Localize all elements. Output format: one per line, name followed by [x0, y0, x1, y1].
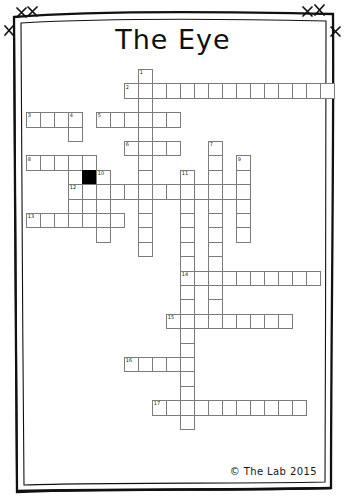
grid-cell[interactable] [264, 314, 279, 329]
grid-cell[interactable] [180, 184, 195, 199]
grid-cell[interactable] [68, 155, 83, 170]
grid-cell[interactable] [208, 170, 223, 185]
grid-cell[interactable]: 1 [138, 69, 153, 84]
grid-cell[interactable] [194, 83, 209, 98]
grid-cell[interactable] [292, 400, 307, 415]
grid-cell[interactable] [152, 141, 167, 156]
grid-cell[interactable] [138, 199, 153, 214]
grid-cell[interactable] [222, 184, 237, 199]
grid-cell[interactable] [278, 314, 293, 329]
grid-cell[interactable] [124, 112, 139, 127]
grid-cell[interactable] [180, 343, 195, 358]
grid-cell[interactable] [180, 386, 195, 401]
grid-cell[interactable] [208, 199, 223, 214]
black-cell [82, 170, 97, 185]
grid-cell[interactable] [152, 184, 167, 199]
grid-cell[interactable] [40, 112, 55, 127]
grid-cell[interactable] [68, 170, 83, 185]
copyright-credit: © The Lab 2015 [230, 466, 317, 477]
clue-number: 9 [238, 157, 241, 162]
grid-cell[interactable] [180, 227, 195, 242]
grid-cell[interactable] [138, 184, 153, 199]
grid-cell[interactable] [194, 184, 209, 199]
grid-cell[interactable] [54, 155, 69, 170]
grid-cell[interactable] [54, 213, 69, 228]
grid-cell[interactable] [236, 199, 251, 214]
grid-cell[interactable] [222, 83, 237, 98]
grid-cell[interactable] [68, 127, 83, 142]
grid-cell[interactable] [138, 155, 153, 170]
grid-cell[interactable] [306, 83, 321, 98]
grid-cell[interactable] [236, 213, 251, 228]
clue-number: 11 [182, 171, 188, 176]
grid-cell[interactable] [152, 112, 167, 127]
grid-cell[interactable] [166, 357, 181, 372]
grid-cell[interactable] [236, 314, 251, 329]
grid-cell[interactable] [54, 112, 69, 127]
grid-cell[interactable] [138, 227, 153, 242]
grid-cell[interactable]: 14 [180, 271, 195, 286]
grid-cell[interactable] [208, 271, 223, 286]
grid-cell[interactable] [208, 227, 223, 242]
grid-cell[interactable] [152, 357, 167, 372]
grid-cell[interactable] [82, 184, 97, 199]
grid-cell[interactable] [278, 400, 293, 415]
grid-cell[interactable] [138, 83, 153, 98]
grid-cell[interactable]: 9 [236, 155, 251, 170]
grid-cell[interactable] [166, 184, 181, 199]
page-title: The Eye [0, 24, 346, 55]
grid-cell[interactable] [180, 83, 195, 98]
clue-number: 5 [98, 113, 101, 118]
grid-cell[interactable] [166, 112, 181, 127]
grid-cell[interactable] [110, 184, 125, 199]
grid-cell[interactable] [180, 328, 195, 343]
grid-cell[interactable] [292, 83, 307, 98]
grid-cell[interactable] [236, 400, 251, 415]
grid-cell[interactable] [82, 213, 97, 228]
grid-cell[interactable] [138, 357, 153, 372]
grid-cell[interactable] [82, 155, 97, 170]
grid-cell[interactable] [264, 400, 279, 415]
grid-cell[interactable] [180, 213, 195, 228]
grid-cell[interactable]: 10 [96, 170, 111, 185]
grid-cell[interactable] [236, 271, 251, 286]
grid-cell[interactable] [138, 98, 153, 113]
grid-cell[interactable]: 17 [152, 400, 167, 415]
grid-cell[interactable] [208, 299, 223, 314]
grid-cell[interactable] [236, 227, 251, 242]
grid-cell[interactable] [180, 199, 195, 214]
grid-cell[interactable] [236, 83, 251, 98]
clue-number: 15 [168, 315, 174, 320]
grid-cell[interactable] [208, 314, 223, 329]
grid-cell[interactable] [208, 256, 223, 271]
grid-cell[interactable] [138, 112, 153, 127]
clue-number: 17 [154, 401, 160, 406]
grid-cell[interactable] [180, 299, 195, 314]
grid-cell[interactable] [138, 242, 153, 257]
grid-cell[interactable] [138, 141, 153, 156]
clue-number: 7 [210, 142, 213, 147]
grid-cell[interactable] [180, 415, 195, 430]
grid-cell[interactable] [264, 83, 279, 98]
grid-cell[interactable] [250, 271, 265, 286]
clue-number: 2 [126, 85, 129, 90]
grid-cell[interactable] [278, 83, 293, 98]
grid-cell[interactable] [208, 285, 223, 300]
grid-cell[interactable]: 16 [124, 357, 139, 372]
grid-cell[interactable] [222, 314, 237, 329]
grid-cell[interactable] [222, 271, 237, 286]
clue-number: 4 [70, 113, 73, 118]
grid-cell[interactable] [40, 155, 55, 170]
grid-cell[interactable]: 11 [180, 170, 195, 185]
grid-cell[interactable] [96, 227, 111, 242]
grid-cell[interactable] [138, 213, 153, 228]
grid-cell[interactable] [208, 242, 223, 257]
grid-cell[interactable] [194, 400, 209, 415]
grid-cell[interactable] [180, 242, 195, 257]
grid-cell[interactable] [138, 170, 153, 185]
grid-cell[interactable]: 6 [124, 141, 139, 156]
grid-cell[interactable] [278, 271, 293, 286]
grid-cell[interactable] [180, 285, 195, 300]
grid-cell[interactable]: 12 [68, 184, 83, 199]
grid-cell[interactable] [194, 314, 209, 329]
grid-cell[interactable] [320, 83, 335, 98]
grid-cell[interactable] [180, 357, 195, 372]
grid-cell[interactable] [250, 400, 265, 415]
grid-cell[interactable] [96, 184, 111, 199]
grid-cell[interactable] [96, 213, 111, 228]
grid-cell[interactable] [250, 314, 265, 329]
clue-number: 8 [28, 157, 31, 162]
grid-cell[interactable] [236, 170, 251, 185]
grid-cell[interactable] [166, 400, 181, 415]
grid-cell[interactable] [208, 155, 223, 170]
grid-cell[interactable]: 4 [68, 112, 83, 127]
grid-cell[interactable] [138, 127, 153, 142]
grid-cell[interactable]: 3 [26, 112, 41, 127]
grid-cell[interactable] [180, 256, 195, 271]
grid-cell[interactable] [180, 371, 195, 386]
grid-cell[interactable] [68, 199, 83, 214]
clue-number: 12 [70, 185, 76, 190]
grid-cell[interactable] [110, 213, 125, 228]
grid-cell[interactable] [68, 213, 83, 228]
grid-cell[interactable]: 8 [26, 155, 41, 170]
grid-cell[interactable] [264, 271, 279, 286]
clue-number: 14 [182, 272, 188, 277]
grid-cell[interactable] [208, 400, 223, 415]
grid-cell[interactable] [166, 141, 181, 156]
grid-cell[interactable] [250, 83, 265, 98]
crossword-grid: 1234567891011121314151617 [26, 69, 335, 430]
clue-number: 3 [28, 113, 31, 118]
grid-cell[interactable] [40, 213, 55, 228]
grid-cell[interactable]: 2 [124, 83, 139, 98]
worksheet-page: The Eye 1234567891011121314151617 © The … [0, 0, 346, 500]
grid-cell[interactable] [180, 314, 195, 329]
clue-number: 10 [98, 171, 104, 176]
grid-cell[interactable]: 13 [26, 213, 41, 228]
grid-cell[interactable] [180, 400, 195, 415]
clue-number: 1 [140, 70, 143, 75]
grid-cell[interactable] [306, 271, 321, 286]
grid-cell[interactable]: 7 [208, 141, 223, 156]
clue-number: 16 [126, 358, 132, 363]
grid-cell[interactable] [166, 83, 181, 98]
grid-cell[interactable]: 15 [166, 314, 181, 329]
grid-cell[interactable] [292, 271, 307, 286]
grid-cell[interactable] [208, 83, 223, 98]
grid-cell[interactable] [236, 184, 251, 199]
clue-number: 6 [126, 142, 129, 147]
grid-cell[interactable] [208, 213, 223, 228]
grid-cell[interactable] [208, 184, 223, 199]
grid-cell[interactable] [194, 271, 209, 286]
clue-number: 13 [28, 214, 34, 219]
grid-cell[interactable]: 5 [96, 112, 111, 127]
grid-cell[interactable] [110, 112, 125, 127]
grid-cell[interactable] [124, 184, 139, 199]
grid-cell[interactable] [152, 83, 167, 98]
grid-cell[interactable] [96, 199, 111, 214]
grid-cell[interactable] [222, 400, 237, 415]
